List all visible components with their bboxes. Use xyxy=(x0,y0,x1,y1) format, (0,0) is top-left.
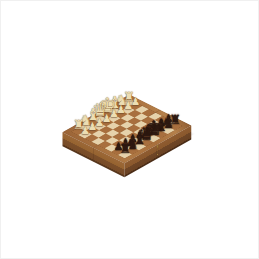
clasp-hook xyxy=(157,147,158,156)
brass-clasp-icon xyxy=(156,144,158,158)
product-photo: ♜♟♞♟♝♟♚♟♛♟♟♝♜♟♟♞♞♟♟♜♝♟♟♚♟♛♟♝♟♞♟♜ xyxy=(0,0,259,259)
